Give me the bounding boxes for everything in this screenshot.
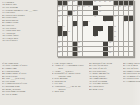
white-cell[interactable]: 49 [63,26,68,31]
white-cell[interactable] [73,31,78,36]
black-cell [73,47,78,52]
cell-number: 30 [83,6,85,8]
crossword-page: 13. Finished14. Bakery buy15. Not workin… [0,0,140,105]
white-cell[interactable]: 27 [58,6,63,11]
white-cell[interactable] [119,21,124,26]
white-cell[interactable] [93,42,98,47]
white-cell[interactable] [73,36,78,41]
cell-number: 44 [58,21,60,23]
white-cell[interactable] [129,52,134,57]
white-cell[interactable] [68,6,73,11]
black-cell [73,42,78,47]
white-cell[interactable] [103,6,108,11]
white-cell[interactable] [119,52,124,57]
white-cell[interactable]: 62 [108,42,113,47]
white-cell[interactable] [103,26,108,31]
white-cell[interactable]: 36 [129,6,134,11]
white-cell[interactable] [108,6,113,11]
cell-number: 52 [114,26,116,28]
cell-number: 28 [63,6,65,8]
black-cell [103,52,108,57]
white-cell[interactable]: 31 [88,6,93,11]
white-cell[interactable] [124,31,129,36]
black-cell [103,47,108,52]
cell-number: 56 [58,36,60,38]
cell-number: 50 [73,26,75,28]
down-clues-column-3: 45. Female sheep47. Cut of meat49. Not i… [123,62,140,82]
white-cell[interactable]: 47 [124,21,129,26]
cell-number: 60 [58,42,60,44]
white-cell[interactable] [103,11,108,16]
black-cell [73,52,78,57]
cell-number: 47 [124,21,126,23]
white-cell[interactable]: 53 [68,31,73,36]
white-cell[interactable] [83,36,88,41]
white-cell[interactable] [119,42,124,47]
white-cell[interactable] [78,26,83,31]
white-cell[interactable] [119,47,124,52]
cell-number: 67 [78,52,80,54]
white-cell[interactable] [124,26,129,31]
white-cell[interactable]: 41 [68,16,73,21]
white-cell[interactable] [119,26,124,31]
cell-number: 49 [63,26,65,28]
white-cell[interactable] [88,52,93,57]
white-cell[interactable]: 50 [73,26,78,31]
white-cell[interactable] [114,42,119,47]
white-cell[interactable]: 24 [98,1,103,6]
white-cell[interactable] [124,52,129,57]
white-cell[interactable]: 61 [78,42,83,47]
white-cell[interactable] [68,42,73,47]
white-cell[interactable]: 39 [98,11,103,16]
white-cell[interactable]: 33 [114,6,119,11]
white-cell[interactable]: 67 [78,52,83,57]
cell-number: 21 [68,1,70,3]
cell-number: 54 [99,31,101,33]
white-cell[interactable]: 22 [73,1,78,6]
white-cell[interactable] [83,31,88,36]
down-clues-column-1: 1. Tiny worker insect2. Author of "A Chr… [52,62,88,93]
cell-number: 48 [129,21,131,23]
white-cell[interactable] [129,36,134,41]
white-cell[interactable] [98,47,103,52]
white-cell[interactable] [63,11,68,16]
white-cell[interactable]: 32 [98,6,103,11]
white-cell[interactable]: 59 [114,36,119,41]
white-cell[interactable]: 66 [58,52,63,57]
cell-number: 51 [83,26,85,28]
white-cell[interactable] [63,42,68,47]
white-cell[interactable] [129,47,134,52]
black-cell [129,1,134,6]
white-cell[interactable] [68,21,73,26]
white-cell[interactable]: 28 [63,6,68,11]
white-cell[interactable] [68,36,73,41]
white-cell[interactable] [93,47,98,52]
white-cell[interactable]: 26 [108,1,113,6]
cell-number: 55 [114,31,116,33]
white-cell[interactable] [114,52,119,57]
cell-number: 57 [63,36,65,38]
black-cell [78,1,83,6]
black-cell [103,42,108,47]
cell-number: 65 [109,47,111,49]
white-cell[interactable]: 56 [58,36,63,41]
white-cell[interactable] [93,21,98,26]
white-cell[interactable] [88,36,93,41]
white-cell[interactable] [93,52,98,57]
white-cell[interactable]: 25 [103,1,108,6]
across-clues-bottom-column: of the cargo hold39. Salty expanse of wa… [2,62,52,95]
black-cell [108,16,113,21]
white-cell[interactable] [119,11,124,16]
white-cell[interactable] [88,42,93,47]
black-cell [108,36,113,41]
black-cell [108,26,113,31]
white-cell[interactable]: 35 [124,6,129,11]
cell-number: 45 [88,21,90,23]
cell-number: 35 [124,6,126,8]
white-cell[interactable]: 57 [63,36,68,41]
white-cell[interactable] [63,16,68,21]
cell-number: 68 [109,52,111,54]
black-cell [124,1,129,6]
cell-number: 41 [68,16,70,18]
white-cell[interactable] [68,47,73,52]
white-cell[interactable] [68,52,73,57]
white-cell[interactable] [98,16,103,21]
clue-line: 61. Compass point [123,80,140,83]
across-clues-left-column: 13. Finished14. Bakery buy15. Not workin… [2,1,57,42]
cell-number: 22 [73,1,75,3]
cell-number: 63 [58,47,60,49]
white-cell[interactable] [129,26,134,31]
cell-number: 31 [88,6,90,8]
cell-number: 23 [94,1,96,3]
white-cell[interactable] [83,47,88,52]
cell-number: 62 [109,42,111,44]
white-cell[interactable] [108,21,113,26]
white-cell[interactable] [88,11,93,16]
cell-number: 24 [99,1,101,3]
cell-number: 32 [99,6,101,8]
clue-line: 9. Mild oath [52,90,88,93]
white-cell[interactable] [129,31,134,36]
white-cell[interactable]: 30 [83,6,88,11]
white-cell[interactable]: 23 [93,1,98,6]
white-cell[interactable] [124,42,129,47]
cell-number: 61 [78,42,80,44]
cell-number: 46 [104,21,106,23]
white-cell[interactable] [119,16,124,21]
white-cell[interactable] [103,36,108,41]
cell-number: 53 [68,31,70,33]
cell-number: 39 [99,11,101,13]
black-cell [58,1,63,6]
white-cell[interactable] [88,31,93,36]
white-cell[interactable]: 44 [58,21,63,26]
white-cell[interactable] [78,11,83,16]
white-cell[interactable]: 58 [93,36,98,41]
cell-number: 27 [58,6,60,8]
cell-number: 64 [78,47,80,49]
cell-number: 26 [109,1,111,3]
cell-number: 33 [114,6,116,8]
cell-number: 40 [58,16,60,18]
cell-number: 38 [73,11,75,13]
white-cell[interactable] [124,11,129,16]
cell-number: 42 [94,16,96,18]
white-cell[interactable]: 48 [129,21,134,26]
white-cell[interactable] [83,11,88,16]
clue-line: 38. Pat of butter [2,39,57,42]
white-cell[interactable] [73,16,78,21]
white-cell[interactable] [98,52,103,57]
white-cell[interactable] [119,31,124,36]
crossword-grid: 2122232425262728293031323334353637383940… [57,0,134,57]
black-cell [108,31,113,36]
white-cell[interactable]: 60 [58,42,63,47]
white-cell[interactable]: 29 [78,6,83,11]
cell-number: 43 [114,16,116,18]
white-cell[interactable] [63,52,68,57]
white-cell[interactable]: 46 [103,21,108,26]
white-cell[interactable]: 34 [119,6,124,11]
black-cell [63,1,68,6]
black-cell [88,1,93,6]
cell-number: 34 [119,6,121,8]
white-cell[interactable] [98,42,103,47]
white-cell[interactable] [78,21,83,26]
black-cell [119,1,124,6]
black-cell [93,26,98,31]
black-cell [114,1,119,6]
white-cell[interactable] [108,11,113,16]
white-cell[interactable]: 21 [68,1,73,6]
white-cell[interactable]: 43 [114,16,119,21]
white-cell[interactable]: 42 [93,16,98,21]
white-cell[interactable] [98,36,103,41]
white-cell[interactable] [78,31,83,36]
white-cell[interactable] [98,21,103,26]
white-cell[interactable]: 38 [73,11,78,16]
white-cell[interactable] [73,6,78,11]
white-cell[interactable] [129,42,134,47]
white-cell[interactable]: 54 [98,31,103,36]
white-cell[interactable] [124,36,129,41]
white-cell[interactable] [83,42,88,47]
white-cell[interactable]: 51 [83,26,88,31]
cell-number: 25 [104,1,106,3]
cell-number: 66 [58,52,60,54]
clue-line: 42. Mine yield [89,88,122,91]
black-cell [83,1,88,6]
white-cell[interactable] [88,26,93,31]
white-cell[interactable] [88,47,93,52]
down-clues-column-2: 25. Motion of the ocean26. Fuel for an a… [89,62,122,90]
white-cell[interactable] [78,16,83,21]
white-cell[interactable] [129,11,134,16]
white-cell[interactable] [119,36,124,41]
white-cell[interactable]: 68 [108,52,113,57]
white-cell[interactable] [114,47,119,52]
cell-number: 59 [114,36,116,38]
black-cell [58,26,63,31]
cell-number: 29 [78,6,80,8]
clue-line: 60. Not at home [2,93,52,96]
cell-number: 58 [94,36,96,38]
white-cell[interactable] [124,47,129,52]
white-cell[interactable] [78,36,83,41]
white-cell[interactable] [63,47,68,52]
black-cell [93,6,98,11]
white-cell[interactable] [83,16,88,21]
white-cell[interactable] [83,52,88,57]
cell-number: 36 [129,6,131,8]
white-cell[interactable] [103,31,108,36]
cell-number: 37 [58,11,60,13]
white-cell[interactable]: 45 [88,21,93,26]
